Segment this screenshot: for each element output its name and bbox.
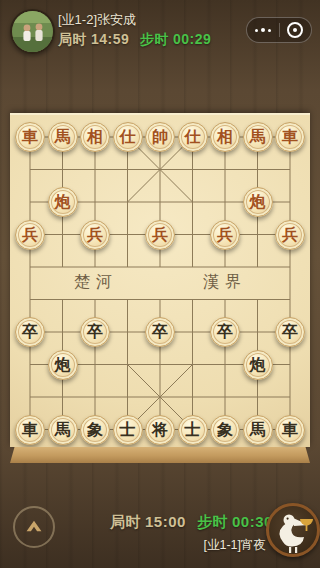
piece-black-車[interactable]: 車 — [15, 415, 45, 445]
piece-black-卒[interactable]: 卒 — [210, 317, 240, 347]
piece-red-兵[interactable]: 兵 — [80, 220, 110, 250]
piece-red-馬[interactable]: 馬 — [48, 122, 78, 152]
piece-black-士[interactable]: 士 — [178, 415, 208, 445]
piece-red-炮[interactable]: 炮 — [243, 187, 273, 217]
piece-black-炮[interactable]: 炮 — [243, 350, 273, 380]
opponent-avatar[interactable] — [10, 9, 55, 54]
piece-red-相[interactable]: 相 — [80, 122, 110, 152]
piece-black-炮[interactable]: 炮 — [48, 350, 78, 380]
expand-menu-button[interactable] — [13, 506, 55, 548]
board-surface: 楚河 漢界 車馬相仕帥仕相馬車炮炮兵兵兵兵兵卒卒卒卒卒炮炮車馬象士将士象馬車 — [10, 113, 310, 447]
piece-black-将[interactable]: 将 — [145, 415, 175, 445]
more-options-button[interactable] — [247, 18, 279, 42]
piece-black-象[interactable]: 象 — [80, 415, 110, 445]
piece-black-卒[interactable]: 卒 — [80, 317, 110, 347]
xiangqi-app-screen: [业1-2]张安成 局时14:59 步时00:29 楚河 漢界 車馬相仕帥仕相馬… — [0, 0, 320, 568]
pelican-avatar-icon — [269, 506, 317, 554]
river-label-right: 漢界 — [190, 272, 260, 293]
exit-button[interactable] — [280, 18, 312, 42]
opponent-game-timer: 局时14:59 — [58, 31, 129, 49]
piece-red-相[interactable]: 相 — [210, 122, 240, 152]
piece-red-炮[interactable]: 炮 — [48, 187, 78, 217]
opponent-avatar-photo — [12, 11, 53, 52]
piece-black-士[interactable]: 士 — [113, 415, 143, 445]
piece-black-卒[interactable]: 卒 — [15, 317, 45, 347]
piece-red-帥[interactable]: 帥 — [145, 122, 175, 152]
piece-red-車[interactable]: 車 — [15, 122, 45, 152]
player-move-timer: 步时00:30 — [197, 513, 273, 532]
board-front-edge — [10, 447, 310, 463]
piece-red-兵[interactable]: 兵 — [145, 220, 175, 250]
board-grid-lines — [10, 115, 310, 449]
piece-black-卒[interactable]: 卒 — [275, 317, 305, 347]
opponent-name: [业1-2]张安成 — [58, 11, 136, 29]
piece-red-仕[interactable]: 仕 — [113, 122, 143, 152]
exit-target-icon — [287, 22, 303, 38]
piece-red-兵[interactable]: 兵 — [15, 220, 45, 250]
player-name: [业1-1]宵夜 — [190, 537, 266, 554]
piece-red-馬[interactable]: 馬 — [243, 122, 273, 152]
piece-black-車[interactable]: 車 — [275, 415, 305, 445]
piece-black-卒[interactable]: 卒 — [145, 317, 175, 347]
piece-black-馬[interactable]: 馬 — [48, 415, 78, 445]
player-game-timer: 局时15:00 — [110, 513, 186, 532]
piece-red-兵[interactable]: 兵 — [210, 220, 240, 250]
piece-red-仕[interactable]: 仕 — [178, 122, 208, 152]
xiangqi-board[interactable]: 楚河 漢界 車馬相仕帥仕相馬車炮炮兵兵兵兵兵卒卒卒卒卒炮炮車馬象士将士象馬車 — [10, 113, 310, 463]
river-label-left: 楚河 — [61, 272, 131, 293]
piece-black-馬[interactable]: 馬 — [243, 415, 273, 445]
chevron-up-icon — [21, 514, 47, 540]
piece-red-車[interactable]: 車 — [275, 122, 305, 152]
piece-red-兵[interactable]: 兵 — [275, 220, 305, 250]
opponent-move-timer: 步时00:29 — [140, 31, 211, 49]
wechat-capsule — [246, 17, 312, 43]
more-dots-icon — [255, 28, 271, 32]
piece-black-象[interactable]: 象 — [210, 415, 240, 445]
player-avatar[interactable] — [266, 503, 320, 557]
